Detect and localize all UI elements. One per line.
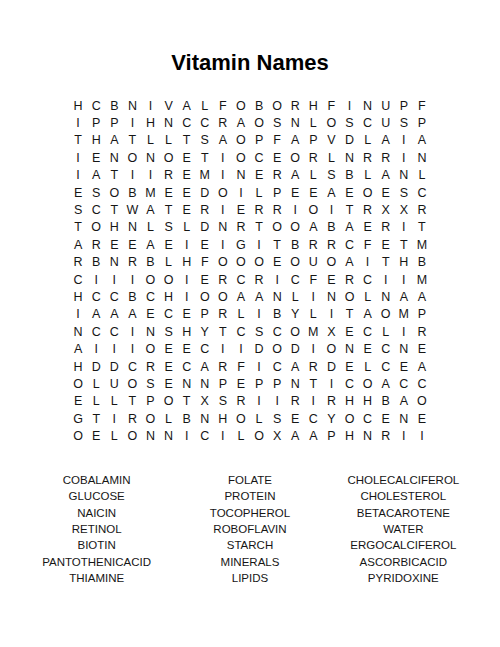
grid-cell-r12c9: O <box>214 288 232 305</box>
grid-cell-r7c1: S <box>69 201 87 218</box>
grid-cell-r9c17: F <box>359 236 377 253</box>
grid-cell-r19c7: B <box>178 410 196 427</box>
grid-cell-r8c11: T <box>250 219 268 236</box>
grid-cell-r5c16: B <box>340 167 358 184</box>
grid-cell-r7c3: T <box>105 201 123 218</box>
grid-cell-r12c7: I <box>178 288 196 305</box>
grid-cell-r7c17: R <box>359 201 377 218</box>
grid-cell-r4c7: E <box>178 149 196 166</box>
puzzle-title: Vitamin Names <box>0 0 500 76</box>
grid-cell-r4c19: I <box>395 149 413 166</box>
grid-cell-r13c18: O <box>377 306 395 323</box>
grid-cell-r20c10: L <box>232 427 250 444</box>
word-list-item: TOCOPHEROL <box>173 505 326 521</box>
grid-cell-r2c8: C <box>196 114 214 131</box>
grid-cell-r1c1: H <box>69 97 87 114</box>
grid-cell-r5c1: I <box>69 167 87 184</box>
grid-cell-r20c12: X <box>268 427 286 444</box>
grid-cell-r12c2: C <box>87 288 105 305</box>
grid-cell-r14c9: T <box>214 323 232 340</box>
grid-cell-r3c6: L <box>160 132 178 149</box>
grid-cell-r6c4: B <box>123 184 141 201</box>
grid-cell-r9c8: E <box>196 236 214 253</box>
grid-cell-r6c6: E <box>160 184 178 201</box>
grid-cell-r11c4: I <box>123 271 141 288</box>
grid-cell-r9c5: A <box>141 236 159 253</box>
grid-cell-r20c8: C <box>196 427 214 444</box>
grid-cell-r17c14: T <box>304 375 322 392</box>
grid-cell-r7c15: I <box>322 201 340 218</box>
grid-cell-r1c13: R <box>286 97 304 114</box>
grid-cell-r8c10: R <box>232 219 250 236</box>
grid-cell-r4c18: R <box>377 149 395 166</box>
grid-cell-r15c20: E <box>413 340 431 357</box>
grid-cell-r6c13: E <box>286 184 304 201</box>
grid-cell-r13c2: A <box>87 306 105 323</box>
grid-cell-r13c9: R <box>214 306 232 323</box>
grid-cell-r14c11: S <box>250 323 268 340</box>
grid-cell-r10c3: N <box>105 254 123 271</box>
grid-cell-r19c4: R <box>123 410 141 427</box>
grid-cell-r10c6: L <box>160 254 178 271</box>
grid-cell-r6c8: D <box>196 184 214 201</box>
grid-cell-r7c4: W <box>123 201 141 218</box>
grid-cell-r2c15: O <box>322 114 340 131</box>
word-list-item: CHOLESTEROL <box>327 488 480 504</box>
grid-cell-r2c7: C <box>178 114 196 131</box>
grid-cell-r8c16: A <box>340 219 358 236</box>
grid-cell-r17c7: N <box>178 375 196 392</box>
grid-cell-r19c10: O <box>232 410 250 427</box>
grid-cell-r18c13: R <box>286 393 304 410</box>
grid-cell-r11c15: E <box>322 271 340 288</box>
grid-cell-r9c9: I <box>214 236 232 253</box>
grid-cell-r8c14: A <box>304 219 322 236</box>
grid-cell-r9c14: R <box>304 236 322 253</box>
grid-cell-r15c12: O <box>268 340 286 357</box>
grid-cell-r6c7: E <box>178 184 196 201</box>
grid-cell-r10c5: B <box>141 254 159 271</box>
grid-cell-r3c4: T <box>123 132 141 149</box>
grid-cell-r19c11: L <box>250 410 268 427</box>
grid-cell-r13c13: Y <box>286 306 304 323</box>
grid-cell-r15c16: N <box>340 340 358 357</box>
grid-cell-r20c6: N <box>160 427 178 444</box>
grid-cell-r15c14: I <box>304 340 322 357</box>
grid-cell-r19c2: T <box>87 410 105 427</box>
grid-cell-r12c1: H <box>69 288 87 305</box>
grid-cell-r2c11: O <box>250 114 268 131</box>
grid-cell-r19c5: O <box>141 410 159 427</box>
grid-cell-r10c15: O <box>322 254 340 271</box>
grid-cell-r16c9: R <box>214 358 232 375</box>
grid-cell-r3c1: T <box>69 132 87 149</box>
grid-cell-r12c6: H <box>160 288 178 305</box>
grid-cell-r7c19: X <box>395 201 413 218</box>
grid-cell-r6c5: M <box>141 184 159 201</box>
grid-cell-r8c7: L <box>178 219 196 236</box>
grid-cell-r11c5: O <box>141 271 159 288</box>
grid-cell-r8c1: T <box>69 219 87 236</box>
grid-cell-r18c7: T <box>178 393 196 410</box>
grid-cell-r13c1: I <box>69 306 87 323</box>
grid-cell-r1c5: I <box>141 97 159 114</box>
grid-cell-r10c14: U <box>304 254 322 271</box>
grid-cell-r3c2: H <box>87 132 105 149</box>
grid-cell-r17c10: E <box>232 375 250 392</box>
word-list-item: ASCORBICACID <box>327 554 480 570</box>
grid-cell-r11c16: R <box>340 271 358 288</box>
grid-cell-r12c10: A <box>232 288 250 305</box>
word-list-item: PANTOTHENICACID <box>20 554 173 570</box>
grid-cell-r15c8: C <box>196 340 214 357</box>
grid-cell-r13c4: A <box>123 306 141 323</box>
grid-cell-r5c20: L <box>413 167 431 184</box>
grid-cell-r8c17: E <box>359 219 377 236</box>
grid-cell-r14c12: C <box>268 323 286 340</box>
grid-cell-r1c20: F <box>413 97 431 114</box>
grid-cell-r16c7: C <box>178 358 196 375</box>
grid-cell-r16c5: R <box>141 358 159 375</box>
grid-cell-r14c6: S <box>160 323 178 340</box>
grid-cell-r11c17: C <box>359 271 377 288</box>
grid-cell-r2c19: S <box>395 114 413 131</box>
grid-cell-r1c19: P <box>395 97 413 114</box>
grid-cell-r5c12: R <box>268 167 286 184</box>
grid-cell-r7c16: T <box>340 201 358 218</box>
grid-cell-r12c14: I <box>304 288 322 305</box>
grid-cell-r13c5: E <box>141 306 159 323</box>
grid-cell-r7c8: R <box>196 201 214 218</box>
grid-cell-r8c20: T <box>413 219 431 236</box>
grid-cell-r20c17: N <box>359 427 377 444</box>
grid-cell-r17c19: C <box>395 375 413 392</box>
grid-cell-r20c1: O <box>69 427 87 444</box>
grid-cell-r20c11: O <box>250 427 268 444</box>
grid-cell-r9c2: R <box>87 236 105 253</box>
grid-cell-r11c11: R <box>250 271 268 288</box>
grid-cell-r16c11: I <box>250 358 268 375</box>
word-list-item: PROTEIN <box>173 488 326 504</box>
grid-cell-r10c10: O <box>232 254 250 271</box>
grid-cell-r11c8: E <box>196 271 214 288</box>
grid-cell-r13c7: E <box>178 306 196 323</box>
grid-cell-r20c16: H <box>340 427 358 444</box>
grid-cell-r20c9: I <box>214 427 232 444</box>
grid-cell-r10c2: B <box>87 254 105 271</box>
grid-cell-r13c11: I <box>250 306 268 323</box>
grid-cell-r17c1: O <box>69 375 87 392</box>
word-list-item: NAICIN <box>20 505 173 521</box>
grid-cell-r1c11: B <box>250 97 268 114</box>
grid-cell-r3c16: D <box>340 132 358 149</box>
word-list-item: COBALAMIN <box>20 472 173 488</box>
grid-cell-r1c9: F <box>214 97 232 114</box>
grid-cell-r4c5: N <box>141 149 159 166</box>
grid-cell-r3c17: L <box>359 132 377 149</box>
grid-cell-r2c1: I <box>69 114 87 131</box>
grid-cell-r5c8: M <box>196 167 214 184</box>
grid-cell-r18c2: L <box>87 393 105 410</box>
grid-cell-r4c4: O <box>123 149 141 166</box>
grid-cell-r2c2: P <box>87 114 105 131</box>
grid-cell-r9c13: B <box>286 236 304 253</box>
grid-cell-r3c13: A <box>286 132 304 149</box>
grid-cell-r17c15: I <box>322 375 340 392</box>
grid-cell-r11c19: I <box>395 271 413 288</box>
grid-cell-r15c10: I <box>232 340 250 357</box>
grid-cell-r8c8: D <box>196 219 214 236</box>
grid-cell-r20c3: L <box>105 427 123 444</box>
grid-cell-r8c9: N <box>214 219 232 236</box>
grid-cell-r14c8: Y <box>196 323 214 340</box>
grid-cell-r15c19: N <box>395 340 413 357</box>
grid-cell-r9c6: E <box>160 236 178 253</box>
grid-cell-r17c12: P <box>268 375 286 392</box>
grid-cell-r18c5: P <box>141 393 159 410</box>
word-list-item: PYRIDOXINE <box>327 570 480 586</box>
grid-cell-r7c13: I <box>286 201 304 218</box>
grid-cell-r4c16: N <box>340 149 358 166</box>
grid-cell-r20c13: A <box>286 427 304 444</box>
grid-cell-r9c12: T <box>268 236 286 253</box>
grid-cell-r14c15: X <box>322 323 340 340</box>
word-list-item: GLUCOSE <box>20 488 173 504</box>
grid-cell-r10c7: H <box>178 254 196 271</box>
grid-cell-r6c17: O <box>359 184 377 201</box>
grid-cell-r16c19: E <box>395 358 413 375</box>
grid-cell-r4c20: N <box>413 149 431 166</box>
grid-cell-r9c18: E <box>377 236 395 253</box>
grid-cell-r19c17: C <box>359 410 377 427</box>
grid-cell-r10c4: R <box>123 254 141 271</box>
grid-cell-r11c9: R <box>214 271 232 288</box>
grid-cell-r6c16: E <box>340 184 358 201</box>
grid-cell-r1c4: N <box>123 97 141 114</box>
grid-cell-r20c4: O <box>123 427 141 444</box>
grid-cell-r5c15: S <box>322 167 340 184</box>
grid-cell-r16c13: A <box>286 358 304 375</box>
grid-cell-r11c1: C <box>69 271 87 288</box>
grid-cell-r16c18: C <box>377 358 395 375</box>
grid-cell-r14c13: O <box>286 323 304 340</box>
grid-cell-r12c15: N <box>322 288 340 305</box>
grid-cell-r15c5: O <box>141 340 159 357</box>
grid-cell-r17c6: E <box>160 375 178 392</box>
grid-cell-r6c3: O <box>105 184 123 201</box>
grid-cell-r14c19: I <box>395 323 413 340</box>
grid-cell-r9c16: C <box>340 236 358 253</box>
grid-cell-r18c6: O <box>160 393 178 410</box>
grid-cell-r5c11: E <box>250 167 268 184</box>
grid-cell-r12c20: A <box>413 288 431 305</box>
grid-cell-r1c2: C <box>87 97 105 114</box>
grid-cell-r4c10: O <box>232 149 250 166</box>
grid-cell-r15c2: I <box>87 340 105 357</box>
grid-cell-r17c11: P <box>250 375 268 392</box>
grid-cell-r20c20: I <box>413 427 431 444</box>
grid-cell-r19c19: N <box>395 410 413 427</box>
grid-cell-r20c18: R <box>377 427 395 444</box>
grid-cell-r15c1: A <box>69 340 87 357</box>
grid-cell-r9c20: M <box>413 236 431 253</box>
grid-cell-r11c20: M <box>413 271 431 288</box>
word-list-item: MINERALS <box>173 554 326 570</box>
grid-cell-r13c20: P <box>413 306 431 323</box>
grid-cell-r10c12: E <box>268 254 286 271</box>
grid-cell-r14c1: N <box>69 323 87 340</box>
grid-cell-r3c10: O <box>232 132 250 149</box>
grid-cell-r13c16: T <box>340 306 358 323</box>
word-list-item: ROBOFLAVIN <box>173 521 326 537</box>
grid-cell-r18c12: I <box>268 393 286 410</box>
grid-cell-r8c12: O <box>268 219 286 236</box>
grid-cell-r7c10: E <box>232 201 250 218</box>
grid-cell-r2c6: N <box>160 114 178 131</box>
grid-cell-r8c4: N <box>123 219 141 236</box>
word-list-item: LIPIDS <box>173 570 326 586</box>
grid-cell-r20c15: P <box>322 427 340 444</box>
word-list-item: CHOLECALCIFEROL <box>327 472 480 488</box>
grid-cell-r3c8: S <box>196 132 214 149</box>
grid-cell-r4c2: E <box>87 149 105 166</box>
grid-cell-r2c5: H <box>141 114 159 131</box>
grid-cell-r18c15: R <box>322 393 340 410</box>
grid-cell-r16c10: F <box>232 358 250 375</box>
grid-cell-r12c13: L <box>286 288 304 305</box>
grid-cell-r4c14: R <box>304 149 322 166</box>
grid-cell-r5c17: L <box>359 167 377 184</box>
grid-cell-r1c3: B <box>105 97 123 114</box>
grid-cell-r15c15: O <box>322 340 340 357</box>
grid-cell-r12c4: B <box>123 288 141 305</box>
grid-cell-r9c4: E <box>123 236 141 253</box>
grid-cell-r18c9: S <box>214 393 232 410</box>
grid-cell-r19c13: E <box>286 410 304 427</box>
grid-cell-r13c19: M <box>395 306 413 323</box>
grid-cell-r7c6: T <box>160 201 178 218</box>
grid-cell-r16c8: A <box>196 358 214 375</box>
grid-cell-r16c14: R <box>304 358 322 375</box>
grid-cell-r8c18: R <box>377 219 395 236</box>
grid-cell-r2c17: C <box>359 114 377 131</box>
grid-cell-r2c4: I <box>123 114 141 131</box>
grid-cell-r7c2: C <box>87 201 105 218</box>
grid-cell-r5c3: T <box>105 167 123 184</box>
grid-cell-r4c3: N <box>105 149 123 166</box>
grid-cell-r7c5: A <box>141 201 159 218</box>
grid-cell-r14c17: C <box>359 323 377 340</box>
grid-cell-r1c8: L <box>196 97 214 114</box>
grid-cell-r17c8: N <box>196 375 214 392</box>
grid-cell-r13c17: A <box>359 306 377 323</box>
grid-cell-r18c20: O <box>413 393 431 410</box>
word-list-item: BIOTIN <box>20 537 173 553</box>
grid-cell-r7c20: R <box>413 201 431 218</box>
grid-cell-r17c20: C <box>413 375 431 392</box>
grid-cell-r7c18: X <box>377 201 395 218</box>
word-list-item: STARCH <box>173 537 326 553</box>
grid-cell-r11c12: I <box>268 271 286 288</box>
grid-cell-r4c11: C <box>250 149 268 166</box>
grid-cell-r5c9: I <box>214 167 232 184</box>
grid-cell-r17c13: N <box>286 375 304 392</box>
grid-cell-r5c19: N <box>395 167 413 184</box>
grid-cell-r5c4: I <box>123 167 141 184</box>
grid-cell-r17c16: C <box>340 375 358 392</box>
grid-cell-r9c1: A <box>69 236 87 253</box>
puzzle-page: Vitamin Names HCBNIVALFOBORHFINUPFIPPIHN… <box>0 0 500 647</box>
grid-cell-r8c5: L <box>141 219 159 236</box>
grid-cell-r9c15: R <box>322 236 340 253</box>
letter-grid: HCBNIVALFOBORHFINUPFIPPIHNCCRAOSNLOSCUSP… <box>0 97 500 445</box>
grid-cell-r2c9: R <box>214 114 232 131</box>
grid-cell-r4c9: I <box>214 149 232 166</box>
grid-cell-r18c11: I <box>250 393 268 410</box>
grid-cell-r7c12: R <box>268 201 286 218</box>
grid-cell-r12c19: A <box>395 288 413 305</box>
grid-cell-r6c18: E <box>377 184 395 201</box>
grid-cell-r16c20: A <box>413 358 431 375</box>
grid-cell-r6c11: L <box>250 184 268 201</box>
grid-cell-r19c18: E <box>377 410 395 427</box>
grid-cell-r11c14: F <box>304 271 322 288</box>
grid-cell-r10c18: T <box>377 254 395 271</box>
grid-cell-r13c8: P <box>196 306 214 323</box>
grid-cell-r4c17: R <box>359 149 377 166</box>
grid-cell-r1c10: O <box>232 97 250 114</box>
grid-cell-r13c12: B <box>268 306 286 323</box>
grid-cell-r19c9: H <box>214 410 232 427</box>
grid-cell-r14c10: C <box>232 323 250 340</box>
grid-cell-r3c11: P <box>250 132 268 149</box>
grid-cell-r18c10: R <box>232 393 250 410</box>
grid-cell-r18c3: L <box>105 393 123 410</box>
grid-cell-r5c18: A <box>377 167 395 184</box>
grid-cell-r14c7: H <box>178 323 196 340</box>
grid-cell-r2c18: U <box>377 114 395 131</box>
grid-cell-r10c9: O <box>214 254 232 271</box>
grid-cell-r3c12: F <box>268 132 286 149</box>
grid-cell-r10c11: O <box>250 254 268 271</box>
word-list: COBALAMINFOLATECHOLECALCIFEROLGLUCOSEPRO… <box>20 472 480 587</box>
word-list-item: BETACAROTENE <box>327 505 480 521</box>
grid-cell-r10c13: O <box>286 254 304 271</box>
grid-cell-r20c2: E <box>87 427 105 444</box>
grid-cell-r20c19: I <box>395 427 413 444</box>
grid-cell-r8c2: O <box>87 219 105 236</box>
grid-cell-r14c2: C <box>87 323 105 340</box>
grid-cell-r19c20: E <box>413 410 431 427</box>
grid-cell-r3c9: A <box>214 132 232 149</box>
grid-cell-r3c14: P <box>304 132 322 149</box>
grid-cell-r11c13: C <box>286 271 304 288</box>
grid-cell-r1c16: I <box>340 97 358 114</box>
grid-cell-r16c6: E <box>160 358 178 375</box>
grid-cell-r19c16: O <box>340 410 358 427</box>
grid-cell-r2c12: S <box>268 114 286 131</box>
grid-cell-r17c9: P <box>214 375 232 392</box>
grid-cell-r2c14: L <box>304 114 322 131</box>
grid-cell-r12c12: N <box>268 288 286 305</box>
grid-cell-r16c16: E <box>340 358 358 375</box>
grid-cell-r5c2: A <box>87 167 105 184</box>
grid-cell-r17c4: O <box>123 375 141 392</box>
grid-cell-r18c18: B <box>377 393 395 410</box>
grid-cell-r8c3: H <box>105 219 123 236</box>
grid-cell-r6c19: S <box>395 184 413 201</box>
grid-cell-r15c11: D <box>250 340 268 357</box>
